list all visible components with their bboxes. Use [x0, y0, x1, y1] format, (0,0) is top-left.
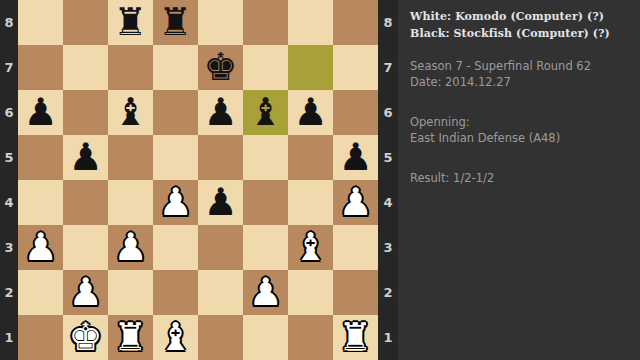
square-e6[interactable]: ♟: [198, 90, 243, 135]
square-f8[interactable]: [243, 0, 288, 45]
white-rook[interactable]: ♜: [333, 315, 378, 360]
square-h3[interactable]: [333, 225, 378, 270]
spacer: [410, 146, 628, 170]
square-g6[interactable]: ♟: [288, 90, 333, 135]
square-h4[interactable]: ♟: [333, 180, 378, 225]
black-king[interactable]: ♚: [198, 45, 243, 90]
chess-board[interactable]: ♜♜♚♟♝♟♝♟♟♟♟♟♟♟♟♝♟♟♚♜♝♜: [18, 0, 378, 360]
white-pawn[interactable]: ♟: [333, 180, 378, 225]
rank-label-3: 3: [0, 225, 18, 270]
white-pawn[interactable]: ♟: [153, 180, 198, 225]
square-g1[interactable]: [288, 315, 333, 360]
square-e8[interactable]: [198, 0, 243, 45]
square-h6[interactable]: [333, 90, 378, 135]
square-g4[interactable]: [288, 180, 333, 225]
black-rook[interactable]: ♜: [153, 0, 198, 45]
white-king[interactable]: ♚: [63, 315, 108, 360]
black-pawn[interactable]: ♟: [63, 135, 108, 180]
rank-label-4: 4: [378, 180, 398, 225]
square-d8[interactable]: ♜: [153, 0, 198, 45]
opening-label: Openning:: [410, 114, 628, 130]
rank-label-5: 5: [0, 135, 18, 180]
white-pawn[interactable]: ♟: [243, 270, 288, 315]
square-a2[interactable]: [18, 270, 63, 315]
black-pawn[interactable]: ♟: [18, 90, 63, 135]
square-g7[interactable]: [288, 45, 333, 90]
rank-labels-left: 87654321: [0, 0, 18, 360]
square-b6[interactable]: [63, 90, 108, 135]
square-e7[interactable]: ♚: [198, 45, 243, 90]
rank-label-8: 8: [378, 0, 398, 45]
rank-label-1: 1: [0, 315, 18, 360]
square-e3[interactable]: [198, 225, 243, 270]
rank-label-2: 2: [0, 270, 18, 315]
black-rook[interactable]: ♜: [108, 0, 153, 45]
square-h2[interactable]: [333, 270, 378, 315]
black-player-line: Black: Stockfish (Computer) (?): [410, 25, 628, 42]
rank-label-7: 7: [378, 45, 398, 90]
square-c2[interactable]: [108, 270, 153, 315]
black-pawn[interactable]: ♟: [198, 90, 243, 135]
rank-label-2: 2: [378, 270, 398, 315]
square-f6[interactable]: ♝: [243, 90, 288, 135]
rank-label-5: 5: [378, 135, 398, 180]
square-g5[interactable]: [288, 135, 333, 180]
square-d7[interactable]: [153, 45, 198, 90]
square-b4[interactable]: [63, 180, 108, 225]
square-d4[interactable]: ♟: [153, 180, 198, 225]
square-b7[interactable]: [63, 45, 108, 90]
rank-label-6: 6: [378, 90, 398, 135]
square-e4[interactable]: ♟: [198, 180, 243, 225]
opening-name: East Indian Defense (A48): [410, 130, 628, 146]
square-a5[interactable]: [18, 135, 63, 180]
rank-label-7: 7: [0, 45, 18, 90]
result-line: Result: 1/2-1/2: [410, 170, 628, 186]
white-pawn[interactable]: ♟: [18, 225, 63, 270]
square-g2[interactable]: [288, 270, 333, 315]
date-line: Date: 2014.12.27: [410, 74, 628, 90]
square-c1[interactable]: ♜: [108, 315, 153, 360]
rank-label-1: 1: [378, 315, 398, 360]
square-f7[interactable]: [243, 45, 288, 90]
black-pawn[interactable]: ♟: [288, 90, 333, 135]
square-h5[interactable]: ♟: [333, 135, 378, 180]
square-e1[interactable]: [198, 315, 243, 360]
black-bishop[interactable]: ♝: [108, 90, 153, 135]
game-info-panel: White: Komodo (Computer) (?) Black: Stoc…: [398, 0, 640, 360]
square-c4[interactable]: [108, 180, 153, 225]
white-bishop[interactable]: ♝: [288, 225, 333, 270]
square-d2[interactable]: [153, 270, 198, 315]
square-e2[interactable]: [198, 270, 243, 315]
white-player-line: White: Komodo (Computer) (?): [410, 8, 628, 25]
square-f2[interactable]: ♟: [243, 270, 288, 315]
square-b2[interactable]: ♟: [63, 270, 108, 315]
spacer: [410, 90, 628, 114]
square-c5[interactable]: [108, 135, 153, 180]
square-b3[interactable]: [63, 225, 108, 270]
black-bishop[interactable]: ♝: [243, 90, 288, 135]
square-h7[interactable]: [333, 45, 378, 90]
square-f4[interactable]: [243, 180, 288, 225]
event-line: Season 7 - Superfinal Round 62: [410, 58, 628, 74]
square-d5[interactable]: [153, 135, 198, 180]
square-a4[interactable]: [18, 180, 63, 225]
square-f5[interactable]: [243, 135, 288, 180]
square-d3[interactable]: [153, 225, 198, 270]
black-pawn[interactable]: ♟: [333, 135, 378, 180]
white-pawn[interactable]: ♟: [108, 225, 153, 270]
square-c3[interactable]: ♟: [108, 225, 153, 270]
white-pawn[interactable]: ♟: [63, 270, 108, 315]
rank-label-8: 8: [0, 0, 18, 45]
square-g8[interactable]: [288, 0, 333, 45]
square-a1[interactable]: [18, 315, 63, 360]
rank-label-4: 4: [0, 180, 18, 225]
square-e5[interactable]: [198, 135, 243, 180]
square-c8[interactable]: ♜: [108, 0, 153, 45]
chess-game-viewer: 87654321 ♜♜♚♟♝♟♝♟♟♟♟♟♟♟♟♝♟♟♚♜♝♜ 87654321…: [0, 0, 640, 360]
square-d1[interactable]: ♝: [153, 315, 198, 360]
black-pawn[interactable]: ♟: [198, 180, 243, 225]
square-b1[interactable]: ♚: [63, 315, 108, 360]
square-d6[interactable]: [153, 90, 198, 135]
square-c6[interactable]: ♝: [108, 90, 153, 135]
square-a6[interactable]: ♟: [18, 90, 63, 135]
white-bishop[interactable]: ♝: [153, 315, 198, 360]
square-h1[interactable]: ♜: [333, 315, 378, 360]
square-f3[interactable]: [243, 225, 288, 270]
square-f1[interactable]: [243, 315, 288, 360]
rank-label-3: 3: [378, 225, 398, 270]
square-a7[interactable]: [18, 45, 63, 90]
rank-labels-right: 87654321: [378, 0, 398, 360]
square-a3[interactable]: ♟: [18, 225, 63, 270]
square-b8[interactable]: [63, 0, 108, 45]
square-h8[interactable]: [333, 0, 378, 45]
spacer: [410, 42, 628, 58]
white-rook[interactable]: ♜: [108, 315, 153, 360]
rank-label-6: 6: [0, 90, 18, 135]
square-b5[interactable]: ♟: [63, 135, 108, 180]
square-a8[interactable]: [18, 0, 63, 45]
square-c7[interactable]: [108, 45, 153, 90]
square-g3[interactable]: ♝: [288, 225, 333, 270]
